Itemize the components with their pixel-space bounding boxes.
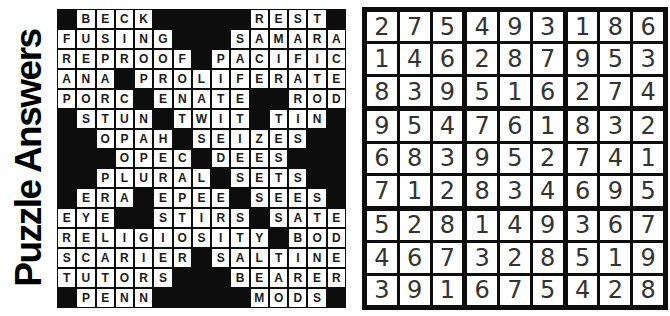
crossword-letter-cell: I	[134, 248, 153, 268]
puzzle-answers-page: Puzzle Answers BECKRESTFUSINGSAMARAREPRO…	[0, 0, 670, 316]
crossword-letter-cell: S	[288, 129, 307, 149]
crossword-letter-cell: A	[96, 248, 115, 268]
sudoku-cell: 8	[500, 44, 530, 73]
crossword-letter-cell: O	[153, 49, 172, 69]
sudoku-cell: 1	[633, 144, 663, 173]
sudoku-cell: 1	[467, 211, 497, 240]
sudoku-cell: 7	[533, 44, 563, 73]
sudoku-cell: 7	[400, 12, 430, 41]
sudoku-cell: 8	[633, 276, 663, 305]
crossword-letter-cell: L	[192, 168, 211, 188]
sudoku-box: 493287516	[467, 12, 562, 106]
crossword-letter-cell: E	[211, 188, 230, 208]
crossword-black-cell	[307, 168, 326, 188]
crossword-letter-cell: E	[327, 208, 346, 228]
crossword-letter-cell: S	[288, 168, 307, 188]
crossword-black-cell	[76, 168, 95, 188]
sudoku-box: 832741695	[568, 111, 663, 205]
crossword-letter-cell: A	[115, 188, 134, 208]
crossword-letter-cell: R	[288, 89, 307, 109]
crossword-letter-cell: R	[153, 69, 172, 89]
sudoku-cell: 1	[400, 176, 430, 205]
crossword-letter-cell: I	[269, 49, 288, 69]
sudoku-cell: 8	[600, 12, 630, 41]
sudoku-cell: 1	[433, 276, 463, 305]
crossword-black-cell	[250, 109, 269, 129]
sudoku-cell: 9	[433, 77, 463, 106]
sudoku-cell: 3	[400, 77, 430, 106]
crossword-letter-cell: C	[76, 248, 95, 268]
crossword-letter-cell: P	[115, 129, 134, 149]
crossword-letter-cell: R	[96, 188, 115, 208]
sudoku-cell: 1	[500, 77, 530, 106]
crossword-black-cell	[173, 29, 192, 49]
sudoku-cell: 6	[533, 77, 563, 106]
sudoku-cell: 7	[633, 211, 663, 240]
sudoku-cell: 9	[500, 12, 530, 41]
crossword-black-cell	[327, 288, 346, 308]
crossword-letter-cell: S	[307, 288, 326, 308]
sudoku-cell: 6	[400, 243, 430, 272]
crossword-black-cell	[153, 9, 172, 29]
crossword-letter-cell: S	[269, 208, 288, 228]
crossword-letter-cell: S	[153, 268, 172, 288]
crossword-letter-cell: O	[115, 268, 134, 288]
crossword-letter-cell: I	[288, 248, 307, 268]
crossword-letter-cell: E	[250, 149, 269, 169]
crossword-letter-cell: R	[307, 29, 326, 49]
crossword-black-cell	[173, 129, 192, 149]
crossword-letter-cell: U	[76, 29, 95, 49]
crossword-letter-cell: D	[211, 149, 230, 169]
crossword-letter-cell: A	[96, 69, 115, 89]
sudoku-cell: 4	[633, 77, 663, 106]
crossword-letter-cell: F	[173, 49, 192, 69]
crossword-black-cell	[192, 248, 211, 268]
crossword-letter-cell: E	[230, 89, 249, 109]
crossword-letter-cell: A	[192, 89, 211, 109]
crossword-letter-cell: A	[327, 29, 346, 49]
crossword-letter-cell: T	[57, 268, 76, 288]
crossword-black-cell	[192, 9, 211, 29]
sudoku-cell: 5	[568, 243, 598, 272]
crossword-black-cell	[327, 129, 346, 149]
crossword-letter-cell: S	[153, 208, 172, 228]
crossword-letter-cell: S	[230, 208, 249, 228]
crossword-black-cell	[327, 109, 346, 129]
crossword-letter-cell: U	[76, 268, 95, 288]
sudoku-cell: 1	[533, 111, 563, 140]
crossword-black-cell	[230, 188, 249, 208]
crossword-letter-cell: A	[288, 29, 307, 49]
sudoku-cell: 9	[400, 276, 430, 305]
crossword-letter-cell: L	[96, 228, 115, 248]
crossword-letter-cell: T	[211, 89, 230, 109]
crossword-letter-cell: T	[269, 168, 288, 188]
crossword-black-cell	[134, 208, 153, 228]
crossword-black-cell	[192, 49, 211, 69]
sudoku-cell: 2	[600, 276, 630, 305]
crossword-letter-cell: I	[230, 129, 249, 149]
crossword-letter-cell: B	[76, 9, 95, 29]
crossword-letter-cell: N	[307, 248, 326, 268]
crossword-letter-cell: S	[96, 29, 115, 49]
crossword-letter-cell: E	[230, 149, 249, 169]
crossword-letter-cell: E	[76, 188, 95, 208]
crossword-black-cell	[307, 129, 326, 149]
crossword-letter-cell: E	[327, 248, 346, 268]
crossword-letter-cell: R	[153, 168, 172, 188]
crossword-black-cell	[211, 168, 230, 188]
crossword-black-cell	[192, 149, 211, 169]
crossword-letter-cell: I	[115, 228, 134, 248]
crossword-letter-cell: S	[288, 9, 307, 29]
sudoku-cell: 9	[367, 111, 397, 140]
crossword-black-cell	[173, 9, 192, 29]
crossword-letter-cell: P	[96, 49, 115, 69]
crossword-letter-cell: R	[57, 228, 76, 248]
crossword-letter-cell: P	[57, 89, 76, 109]
crossword-letter-cell: E	[211, 129, 230, 149]
crossword-letter-cell: I	[115, 29, 134, 49]
crossword-letter-cell: F	[57, 29, 76, 49]
sudoku-cell: 7	[600, 77, 630, 106]
crossword-black-cell	[327, 168, 346, 188]
sudoku-box: 954683712	[367, 111, 462, 205]
sudoku-cell: 4	[533, 176, 563, 205]
sudoku-cell: 5	[500, 144, 530, 173]
crossword-letter-cell: E	[96, 9, 115, 29]
crossword-letter-cell: S	[76, 109, 95, 129]
crossword-black-cell	[115, 208, 134, 228]
sudoku-cell: 9	[600, 176, 630, 205]
crossword-letter-cell: C	[327, 49, 346, 69]
sudoku-cell: 9	[568, 44, 598, 73]
sudoku-cell: 6	[367, 144, 397, 173]
crossword-black-cell	[76, 129, 95, 149]
crossword-letter-cell: R	[96, 89, 115, 109]
crossword-letter-cell: O	[173, 228, 192, 248]
sudoku-cell: 5	[633, 176, 663, 205]
crossword-letter-cell: R	[327, 268, 346, 288]
sudoku-cell: 1	[600, 243, 630, 272]
sudoku-cell: 7	[568, 144, 598, 173]
crossword-letter-cell: T	[230, 228, 249, 248]
crossword-letter-cell: R	[115, 248, 134, 268]
crossword-grid: BECKRESTFUSINGSAMARAREPROOFPACIFICANAPRO…	[57, 9, 346, 308]
crossword-letter-cell: S	[230, 168, 249, 188]
crossword-black-cell	[96, 149, 115, 169]
crossword-letter-cell: B	[288, 228, 307, 248]
crossword-letter-cell: C	[115, 9, 134, 29]
crossword-letter-cell: K	[134, 9, 153, 29]
crossword-letter-cell: D	[327, 89, 346, 109]
crossword-letter-cell: A	[288, 69, 307, 89]
sudoku-cell: 3	[467, 243, 497, 272]
page-title: Puzzle Answers	[8, 29, 50, 286]
crossword-black-cell	[57, 288, 76, 308]
crossword-letter-cell: T	[96, 109, 115, 129]
sudoku-box: 761952834	[467, 111, 562, 205]
crossword-letter-cell: S	[230, 29, 249, 49]
crossword-letter-cell: S	[250, 188, 269, 208]
crossword-letter-cell: A	[57, 69, 76, 89]
crossword-letter-cell: T	[307, 9, 326, 29]
crossword-letter-cell: E	[269, 188, 288, 208]
sudoku-cell: 1	[568, 12, 598, 41]
crossword-letter-cell: L	[250, 248, 269, 268]
sudoku-cell: 6	[633, 12, 663, 41]
crossword-letter-cell: P	[96, 168, 115, 188]
sudoku-box: 528467391	[367, 211, 462, 305]
crossword-letter-cell: P	[134, 69, 153, 89]
crossword-letter-cell: I	[307, 49, 326, 69]
crossword-letter-cell: F	[230, 69, 249, 89]
crossword-letter-cell: U	[134, 168, 153, 188]
sudoku-cell: 9	[467, 144, 497, 173]
crossword-letter-cell: I	[211, 228, 230, 248]
crossword-letter-cell: T	[269, 109, 288, 129]
crossword-letter-cell: A	[269, 268, 288, 288]
sudoku-cell: 8	[400, 144, 430, 173]
crossword-black-cell	[57, 188, 76, 208]
crossword-letter-cell: O	[269, 288, 288, 308]
crossword-letter-cell: D	[327, 228, 346, 248]
crossword-letter-cell: E	[153, 188, 172, 208]
sudoku-cell: 3	[433, 144, 463, 173]
crossword-letter-cell: E	[269, 9, 288, 29]
crossword-letter-cell: E	[153, 248, 172, 268]
sudoku-cell: 5	[467, 77, 497, 106]
sudoku-cell: 6	[500, 111, 530, 140]
sudoku-cell: 4	[500, 211, 530, 240]
crossword-letter-cell: O	[307, 228, 326, 248]
crossword-letter-cell: E	[153, 149, 172, 169]
sudoku-box: 275146839	[367, 12, 462, 106]
sudoku-cell: 7	[467, 111, 497, 140]
crossword-letter-cell: U	[115, 109, 134, 129]
sudoku-cell: 7	[500, 276, 530, 305]
sudoku-cell: 2	[467, 44, 497, 73]
crossword-letter-cell: E	[327, 69, 346, 89]
crossword-letter-cell: W	[192, 109, 211, 129]
crossword-letter-cell: A	[230, 49, 249, 69]
sudoku-cell: 6	[467, 276, 497, 305]
sudoku-cell: 5	[433, 12, 463, 41]
crossword-black-cell	[327, 188, 346, 208]
sudoku-grid: 2751468394932875161869532749546837127619…	[362, 7, 668, 310]
crossword-black-cell	[269, 89, 288, 109]
crossword-letter-cell: E	[250, 69, 269, 89]
sudoku-box: 186953274	[568, 12, 663, 106]
sudoku-cell: 8	[433, 211, 463, 240]
crossword-letter-cell: P	[173, 188, 192, 208]
crossword-letter-cell: I	[211, 69, 230, 89]
crossword-black-cell	[211, 29, 230, 49]
crossword-letter-cell: E	[76, 49, 95, 69]
crossword-black-cell	[250, 89, 269, 109]
crossword-letter-cell: P	[76, 288, 95, 308]
sudoku-cell: 4	[367, 243, 397, 272]
crossword-letter-cell: S	[269, 149, 288, 169]
sudoku-cell: 2	[367, 12, 397, 41]
crossword-letter-cell: N	[76, 69, 95, 89]
sudoku-cell: 6	[600, 211, 630, 240]
crossword-letter-cell: Y	[76, 208, 95, 228]
crossword-black-cell	[250, 208, 269, 228]
crossword-letter-cell: C	[173, 149, 192, 169]
page-title-wrap: Puzzle Answers	[0, 0, 57, 316]
crossword-letter-cell: B	[230, 268, 249, 288]
crossword-black-cell	[76, 149, 95, 169]
crossword-black-cell	[269, 228, 288, 248]
crossword-black-cell	[327, 149, 346, 169]
sudoku-cell: 3	[533, 12, 563, 41]
crossword-black-cell	[288, 149, 307, 169]
crossword-letter-cell: Z	[250, 129, 269, 149]
crossword-letter-cell: I	[192, 208, 211, 228]
crossword-letter-cell: R	[173, 248, 192, 268]
sudoku-cell: 7	[433, 243, 463, 272]
crossword-letter-cell: L	[115, 168, 134, 188]
crossword-letter-cell: C	[250, 49, 269, 69]
crossword-letter-cell: R	[134, 268, 153, 288]
crossword-letter-cell: G	[134, 228, 153, 248]
crossword-letter-cell: O	[134, 49, 153, 69]
crossword-letter-cell: S	[192, 228, 211, 248]
crossword-letter-cell: T	[269, 248, 288, 268]
crossword-letter-cell: O	[76, 89, 95, 109]
crossword-letter-cell: E	[153, 89, 172, 109]
sudoku-cell: 6	[433, 44, 463, 73]
crossword-black-cell	[57, 168, 76, 188]
sudoku-cell: 3	[500, 176, 530, 205]
sudoku-cell: 8	[533, 243, 563, 272]
crossword-black-cell	[57, 109, 76, 129]
sudoku-cell: 8	[568, 111, 598, 140]
crossword-black-cell	[211, 288, 230, 308]
sudoku-box: 149328675	[467, 211, 562, 305]
crossword-black-cell	[57, 129, 76, 149]
crossword-black-cell	[153, 288, 172, 308]
sudoku-cell: 5	[533, 276, 563, 305]
crossword-letter-cell: A	[173, 168, 192, 188]
crossword-letter-cell: P	[134, 149, 153, 169]
crossword-letter-cell: G	[153, 29, 172, 49]
sudoku-cell: 4	[433, 111, 463, 140]
sudoku-cell: 4	[568, 276, 598, 305]
crossword-letter-cell: E	[96, 208, 115, 228]
crossword-letter-cell: T	[173, 208, 192, 228]
crossword-letter-cell: N	[115, 288, 134, 308]
crossword-letter-cell: R	[288, 268, 307, 288]
crossword-black-cell	[153, 109, 172, 129]
crossword-letter-cell: R	[250, 9, 269, 29]
sudoku-cell: 2	[433, 176, 463, 205]
sudoku-cell: 4	[467, 12, 497, 41]
crossword-letter-cell: S	[192, 129, 211, 149]
crossword-letter-cell: E	[269, 129, 288, 149]
crossword-letter-cell: Y	[250, 228, 269, 248]
crossword-letter-cell: C	[115, 89, 134, 109]
crossword-black-cell	[134, 89, 153, 109]
sudoku-cell: 9	[533, 211, 563, 240]
crossword-letter-cell: E	[288, 188, 307, 208]
crossword-letter-cell: A	[250, 29, 269, 49]
crossword-letter-cell: H	[153, 129, 172, 149]
crossword-letter-cell: T	[96, 268, 115, 288]
sudoku-cell: 3	[568, 211, 598, 240]
sudoku-cell: 4	[400, 44, 430, 73]
crossword-letter-cell: D	[288, 288, 307, 308]
sudoku-cell: 3	[633, 44, 663, 73]
crossword-black-cell	[57, 9, 76, 29]
sudoku-cell: 2	[400, 211, 430, 240]
crossword-letter-cell: N	[173, 89, 192, 109]
crossword-black-cell	[57, 149, 76, 169]
crossword-letter-cell: E	[250, 168, 269, 188]
crossword-letter-cell: E	[192, 188, 211, 208]
crossword-black-cell	[173, 288, 192, 308]
crossword-black-cell	[115, 69, 134, 89]
sudoku-cell: 2	[500, 243, 530, 272]
sudoku-cell: 9	[633, 243, 663, 272]
sudoku-cell: 5	[600, 44, 630, 73]
crossword-letter-cell: I	[288, 109, 307, 129]
crossword-letter-cell: E	[57, 208, 76, 228]
crossword-letter-cell: M	[269, 29, 288, 49]
crossword-letter-cell: T	[230, 109, 249, 129]
crossword-letter-cell: F	[288, 49, 307, 69]
crossword-letter-cell: O	[173, 69, 192, 89]
sudoku-cell: 2	[533, 144, 563, 173]
crossword-letter-cell: O	[96, 129, 115, 149]
crossword-letter-cell: E	[76, 228, 95, 248]
crossword-letter-cell: A	[134, 129, 153, 149]
crossword-black-cell	[173, 268, 192, 288]
crossword-letter-cell: I	[153, 228, 172, 248]
sudoku-cell: 2	[568, 77, 598, 106]
crossword-letter-cell: A	[288, 208, 307, 228]
crossword-letter-cell: P	[211, 49, 230, 69]
crossword-black-cell	[211, 268, 230, 288]
sudoku-cell: 5	[367, 211, 397, 240]
sudoku-cell: 8	[467, 176, 497, 205]
sudoku-cell: 3	[600, 111, 630, 140]
sudoku-cell: 8	[367, 77, 397, 106]
crossword-black-cell	[307, 149, 326, 169]
crossword-letter-cell: T	[173, 109, 192, 129]
crossword-black-cell	[192, 29, 211, 49]
crossword-letter-cell: L	[192, 69, 211, 89]
sudoku-cell: 5	[400, 111, 430, 140]
crossword-letter-cell: O	[307, 89, 326, 109]
crossword-letter-cell: A	[230, 248, 249, 268]
crossword-letter-cell: E	[96, 288, 115, 308]
crossword-letter-cell: N	[134, 109, 153, 129]
sudoku-cell: 4	[600, 144, 630, 173]
crossword-black-cell	[230, 9, 249, 29]
crossword-black-cell	[134, 188, 153, 208]
crossword-black-cell	[192, 288, 211, 308]
sudoku-box: 367519428	[568, 211, 663, 305]
crossword-letter-cell: E	[307, 268, 326, 288]
sudoku-cell: 1	[367, 44, 397, 73]
crossword-letter-cell: R	[211, 208, 230, 228]
crossword-letter-cell: I	[211, 109, 230, 129]
crossword-letter-cell: N	[307, 109, 326, 129]
crossword-black-cell	[192, 268, 211, 288]
